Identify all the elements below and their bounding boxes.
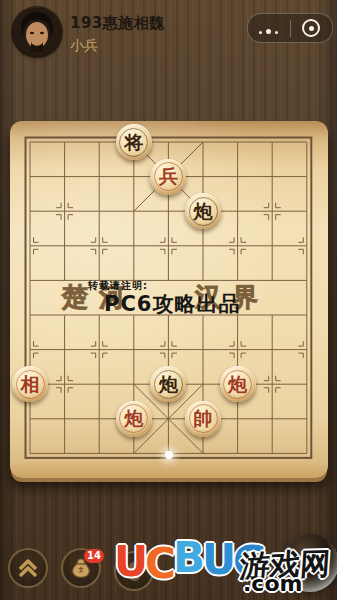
brand-letter: C: [145, 543, 173, 585]
exit-button[interactable]: [291, 14, 333, 42]
piece-black-cannon[interactable]: 炮: [185, 193, 221, 229]
piece-red-cannon[interactable]: 炮: [220, 366, 256, 402]
app-screen: 193惠施相魏 小兵 楚河汉界 转载请注明: PC6攻略出品 将兵炮相炮炮炮帥: [0, 0, 337, 600]
indicator-dot: [165, 451, 173, 459]
exit-icon: [302, 19, 320, 37]
piece-red-cannon[interactable]: 炮: [116, 401, 152, 437]
brand-letter: U: [202, 539, 233, 581]
chevron-up-icon: [16, 558, 40, 579]
brand-letter: B: [173, 537, 202, 579]
coin-badge: 14: [84, 549, 104, 563]
board-watermark-brand: PC6攻略出品: [104, 290, 240, 318]
piece-black-general[interactable]: 将: [116, 124, 152, 160]
more-button[interactable]: [248, 14, 290, 42]
player-rank: 小兵: [70, 37, 98, 55]
piece-red-soldier[interactable]: 兵: [150, 159, 186, 195]
xiangqi-board[interactable]: 楚河汉界 转载请注明: PC6攻略出品 将兵炮相炮炮炮帥: [10, 121, 328, 478]
river-char: 楚: [60, 284, 90, 310]
wechat-capsule: [247, 13, 333, 43]
header: 193惠施相魏 小兵: [0, 0, 337, 62]
avatar[interactable]: [13, 8, 61, 56]
avatar-portrait: [13, 8, 61, 56]
level-title: 193惠施相魏: [70, 14, 165, 33]
piece-red-general[interactable]: 帥: [185, 401, 221, 437]
expand-menu-button[interactable]: [8, 548, 48, 588]
piece-red-elephant[interactable]: 相: [12, 366, 48, 402]
more-icon: [257, 19, 280, 38]
brand-letter: U: [114, 541, 145, 583]
ucbug-watermark-domain: .com: [243, 571, 302, 596]
